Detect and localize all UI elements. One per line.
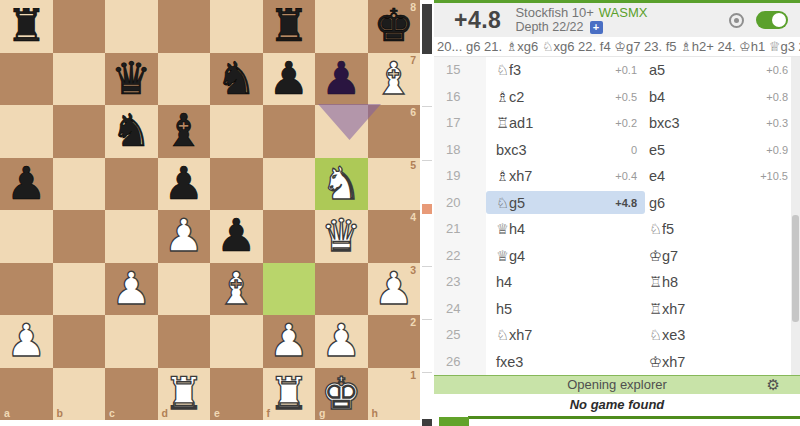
move-text: ♖xh7 bbox=[649, 301, 685, 317]
square-d1[interactable]: d♜ bbox=[158, 368, 211, 421]
black-move-25[interactable]: ♘xe3 bbox=[645, 324, 800, 347]
square-f4[interactable] bbox=[263, 210, 316, 263]
square-c3[interactable]: ♟ bbox=[105, 263, 158, 316]
square-g3[interactable] bbox=[315, 263, 368, 316]
black-move-21[interactable]: ♘f5 bbox=[645, 218, 800, 241]
engine-variant-tag: WASMX bbox=[599, 5, 648, 20]
piece-black-knight[interactable]: ♞ bbox=[111, 105, 151, 158]
engine-eval: +4.8 bbox=[454, 7, 501, 34]
white-move-23[interactable]: h4 bbox=[486, 271, 645, 294]
black-move-19[interactable]: e4+10.5 bbox=[645, 165, 800, 188]
move-row-25: 25♘xh7♘xe3 bbox=[434, 322, 800, 349]
square-d6[interactable]: ♝ bbox=[158, 105, 211, 158]
no-game-found-message: No game found bbox=[434, 394, 800, 416]
piece-black-pawn[interactable]: ♟ bbox=[164, 158, 204, 211]
square-a7[interactable] bbox=[0, 53, 53, 106]
piece-white-rook[interactable]: ♜ bbox=[269, 368, 309, 421]
opening-explorer-header[interactable]: Opening explorer ⚙ bbox=[434, 375, 800, 394]
move-eval: +10.5 bbox=[760, 170, 788, 182]
square-a3[interactable] bbox=[0, 263, 53, 316]
move-number: 18 bbox=[434, 137, 486, 164]
square-e6[interactable] bbox=[210, 105, 263, 158]
lichess-analysis-screen: ♜♜8♚♛♞♟♟7♝♞♝6♟♟♞5♟♟♛4♟♝3♟♟♟♟2abcd♜ef♜g♚1… bbox=[0, 0, 800, 426]
move-eval: +0.6 bbox=[766, 64, 788, 76]
piece-white-queen[interactable]: ♛ bbox=[321, 210, 361, 263]
black-move-16[interactable]: b4+0.8 bbox=[645, 85, 800, 108]
move-text: e4 bbox=[649, 168, 665, 184]
rank-label-8: 8 bbox=[410, 2, 416, 13]
move-eval: +4.8 bbox=[615, 197, 637, 209]
square-c2[interactable] bbox=[105, 315, 158, 368]
engine-toggle[interactable] bbox=[756, 11, 788, 29]
black-move-15[interactable]: a5+0.6 bbox=[645, 59, 800, 82]
move-text: e5 bbox=[649, 142, 665, 158]
square-b5[interactable] bbox=[53, 158, 106, 211]
explorer-tab-underline bbox=[468, 416, 800, 419]
square-f2[interactable]: ♟ bbox=[263, 315, 316, 368]
piece-white-pawn[interactable]: ♟ bbox=[269, 315, 309, 368]
square-g5[interactable]: ♞ bbox=[315, 158, 368, 211]
move-number: 17 bbox=[434, 110, 486, 137]
square-g1[interactable]: g♚ bbox=[315, 368, 368, 421]
rank-label-6: 6 bbox=[410, 107, 416, 118]
piece-white-pawn[interactable]: ♟ bbox=[111, 263, 151, 316]
square-f3[interactable] bbox=[263, 263, 316, 316]
move-text: ♘xh7 bbox=[496, 327, 532, 343]
square-c5[interactable] bbox=[105, 158, 158, 211]
square-d7[interactable] bbox=[158, 53, 211, 106]
piece-white-bishop[interactable]: ♝ bbox=[374, 53, 414, 106]
black-move-17[interactable]: bxc3+0.3 bbox=[645, 112, 800, 135]
black-move-26[interactable]: ♔xh7 bbox=[645, 350, 800, 373]
engine-header: +4.8 Stockfish 10+WASMX Depth 22/22 + bbox=[434, 3, 800, 37]
file-label-a: a bbox=[4, 408, 10, 419]
move-list-scrollbar[interactable] bbox=[791, 57, 800, 375]
move-number: 23 bbox=[434, 269, 486, 296]
move-eval: +0.4 bbox=[615, 170, 637, 182]
explorer-active-tab[interactable] bbox=[439, 417, 469, 426]
piece-white-rook[interactable]: ♜ bbox=[164, 368, 204, 421]
file-label-f: f bbox=[267, 408, 271, 419]
square-b8[interactable] bbox=[53, 0, 106, 53]
white-move-26[interactable]: fxe3 bbox=[486, 350, 645, 373]
square-h8[interactable]: 8♚ bbox=[368, 0, 421, 53]
move-text: ♘f5 bbox=[649, 221, 674, 237]
piece-white-king[interactable]: ♚ bbox=[321, 368, 361, 421]
scrollbar-thumb[interactable] bbox=[792, 215, 799, 322]
square-d3[interactable] bbox=[158, 263, 211, 316]
file-label-e: e bbox=[214, 408, 220, 419]
gauge-tick-3 bbox=[422, 319, 432, 320]
rank-label-2: 2 bbox=[410, 317, 416, 328]
move-row-16: 16♗c2+0.5b4+0.8 bbox=[434, 84, 800, 111]
square-g4[interactable]: ♛ bbox=[315, 210, 368, 263]
square-b7[interactable] bbox=[53, 53, 106, 106]
piece-white-pawn[interactable]: ♟ bbox=[374, 263, 414, 316]
move-text: h5 bbox=[496, 301, 512, 317]
move-text: ♔xh7 bbox=[649, 354, 685, 370]
move-row-22: 22♕g4♔g7 bbox=[434, 243, 800, 270]
file-label-c: c bbox=[109, 408, 115, 419]
square-f5[interactable] bbox=[263, 158, 316, 211]
move-number: 26 bbox=[434, 349, 486, 376]
square-f1[interactable]: f♜ bbox=[263, 368, 316, 421]
square-e1[interactable]: e bbox=[210, 368, 263, 421]
engine-depth-label: Depth 22/22 bbox=[515, 20, 583, 34]
square-h1[interactable]: 1h bbox=[368, 368, 421, 421]
rank-label-4: 4 bbox=[410, 212, 416, 223]
piece-white-pawn[interactable]: ♟ bbox=[321, 315, 361, 368]
square-c7[interactable]: ♛ bbox=[105, 53, 158, 106]
engine-pv-line[interactable]: 20... g6 21. ♗xg6 ♘xg6 22. f4 ♔g7 23. f5… bbox=[434, 37, 800, 57]
move-text: ♘xe3 bbox=[649, 327, 685, 343]
engine-info: Stockfish 10+WASMX Depth 22/22 + bbox=[515, 6, 647, 34]
piece-black-bishop[interactable]: ♝ bbox=[164, 105, 204, 158]
black-move-23[interactable]: ♖h8 bbox=[645, 271, 800, 294]
engine-name: Stockfish 10+ bbox=[515, 5, 593, 20]
opening-explorer-title: Opening explorer bbox=[567, 377, 667, 392]
square-a8[interactable]: ♜ bbox=[0, 0, 53, 53]
piece-white-bishop[interactable]: ♝ bbox=[216, 263, 256, 316]
move-list[interactable]: 15♘f3+0.1a5+0.616♗c2+0.5b4+0.817♖ad1+0.2… bbox=[434, 57, 800, 375]
gauge-black-share bbox=[422, 4, 432, 54]
piece-black-pawn[interactable]: ♟ bbox=[6, 158, 46, 211]
square-e8[interactable] bbox=[210, 0, 263, 53]
black-move-24[interactable]: ♖xh7 bbox=[645, 297, 800, 320]
move-number: 21 bbox=[434, 216, 486, 243]
file-label-d: d bbox=[162, 408, 168, 419]
move-text: fxe3 bbox=[496, 354, 523, 370]
file-label-b: b bbox=[57, 408, 63, 419]
move-text: ♘g5 bbox=[496, 195, 525, 211]
square-g7[interactable]: ♟ bbox=[315, 53, 368, 106]
piece-white-pawn[interactable]: ♟ bbox=[6, 315, 46, 368]
chess-board[interactable]: ♜♜8♚♛♞♟♟7♝♞♝6♟♟♞5♟♟♛4♟♝3♟♟♟♟2abcd♜ef♜g♚1… bbox=[0, 0, 420, 420]
toggle-knob bbox=[772, 13, 786, 27]
rank-label-7: 7 bbox=[410, 55, 416, 66]
square-e7[interactable]: ♞ bbox=[210, 53, 263, 106]
move-text: ♕g4 bbox=[496, 248, 525, 264]
gauge-tick-2 bbox=[422, 266, 432, 267]
move-eval: +0.1 bbox=[615, 64, 637, 76]
piece-black-king[interactable]: ♚ bbox=[374, 0, 414, 53]
move-row-15: 15♘f3+0.1a5+0.6 bbox=[434, 57, 800, 84]
square-a2[interactable]: ♟ bbox=[0, 315, 53, 368]
square-c6[interactable]: ♞ bbox=[105, 105, 158, 158]
piece-black-pawn[interactable]: ♟ bbox=[269, 53, 309, 106]
square-b4[interactable] bbox=[53, 210, 106, 263]
move-text: a5 bbox=[649, 62, 665, 78]
gauge-tick-1 bbox=[422, 160, 432, 161]
square-e3[interactable]: ♝ bbox=[210, 263, 263, 316]
square-f7[interactable]: ♟ bbox=[263, 53, 316, 106]
move-number: 25 bbox=[434, 322, 486, 349]
move-text: ♖h8 bbox=[649, 274, 678, 290]
move-text: ♗xh7 bbox=[496, 168, 532, 184]
move-text: ♗c2 bbox=[496, 89, 524, 105]
white-move-21[interactable]: ♕h4 bbox=[486, 218, 645, 241]
move-text: ♖ad1 bbox=[496, 115, 533, 131]
white-move-22[interactable]: ♕g4 bbox=[486, 244, 645, 267]
square-f8[interactable]: ♜ bbox=[263, 0, 316, 53]
move-eval: +0.8 bbox=[766, 91, 788, 103]
move-row-21: 21♕h4♘f5 bbox=[434, 216, 800, 243]
square-b2[interactable] bbox=[53, 315, 106, 368]
square-h2[interactable]: 2 bbox=[368, 315, 421, 368]
move-text: ♕h4 bbox=[496, 221, 525, 237]
square-d2[interactable] bbox=[158, 315, 211, 368]
move-text: b4 bbox=[649, 89, 665, 105]
piece-black-knight[interactable]: ♞ bbox=[216, 53, 256, 106]
gauge-tick-0 bbox=[422, 106, 432, 107]
square-h3[interactable]: 3♟ bbox=[368, 263, 421, 316]
settings-gear-icon[interactable]: ⚙ bbox=[767, 376, 780, 394]
move-number: 22 bbox=[434, 243, 486, 270]
white-move-19[interactable]: ♗xh7+0.4 bbox=[486, 165, 645, 188]
move-number: 20 bbox=[434, 190, 486, 217]
square-b6[interactable] bbox=[53, 105, 106, 158]
move-text: g6 bbox=[649, 195, 665, 211]
plus-badge[interactable]: + bbox=[590, 21, 603, 34]
piece-black-queen[interactable]: ♛ bbox=[111, 53, 151, 106]
black-move-22[interactable]: ♔g7 bbox=[645, 244, 800, 267]
square-h4[interactable]: 4 bbox=[368, 210, 421, 263]
move-text: bxc3 bbox=[496, 142, 527, 158]
square-f6[interactable] bbox=[263, 105, 316, 158]
white-move-15[interactable]: ♘f3+0.1 bbox=[486, 59, 645, 82]
move-text: ♘f3 bbox=[496, 62, 521, 78]
square-h7[interactable]: 7♝ bbox=[368, 53, 421, 106]
move-row-24: 24h5♖xh7 bbox=[434, 296, 800, 323]
black-move-20[interactable]: g6 bbox=[645, 191, 800, 214]
square-c4[interactable] bbox=[105, 210, 158, 263]
move-row-19: 19♗xh7+0.4e4+10.5 bbox=[434, 163, 800, 190]
square-c1[interactable]: c bbox=[105, 368, 158, 421]
move-row-18: 18bxc30e5+0.9 bbox=[434, 137, 800, 164]
square-c8[interactable] bbox=[105, 0, 158, 53]
square-g6[interactable] bbox=[315, 105, 368, 158]
move-text: bxc3 bbox=[649, 115, 680, 131]
white-move-18[interactable]: bxc30 bbox=[486, 138, 645, 161]
square-a6[interactable] bbox=[0, 105, 53, 158]
square-g8[interactable] bbox=[315, 0, 368, 53]
piece-black-rook[interactable]: ♜ bbox=[6, 0, 46, 53]
move-eval: +0.5 bbox=[615, 91, 637, 103]
gauge-tick-4 bbox=[422, 372, 432, 373]
square-h5[interactable]: 5 bbox=[368, 158, 421, 211]
white-move-16[interactable]: ♗c2+0.5 bbox=[486, 85, 645, 108]
square-d4[interactable]: ♟ bbox=[158, 210, 211, 263]
move-text: h4 bbox=[496, 274, 512, 290]
square-d5[interactable]: ♟ bbox=[158, 158, 211, 211]
file-label-g: g bbox=[319, 408, 325, 419]
gauge-center-marker bbox=[422, 204, 432, 214]
square-d8[interactable] bbox=[158, 0, 211, 53]
move-number: 19 bbox=[434, 163, 486, 190]
rank-label-1: 1 bbox=[410, 370, 416, 381]
piece-white-pawn[interactable]: ♟ bbox=[164, 210, 204, 263]
move-eval: 0 bbox=[631, 144, 637, 156]
move-row-26: 26fxe3♔xh7 bbox=[434, 349, 800, 376]
white-move-25[interactable]: ♘xh7 bbox=[486, 324, 645, 347]
square-b1[interactable]: b bbox=[53, 368, 106, 421]
eval-gauge bbox=[422, 0, 432, 426]
square-e5[interactable] bbox=[210, 158, 263, 211]
black-move-18[interactable]: e5+0.9 bbox=[645, 138, 800, 161]
white-move-20[interactable]: ♘g5+4.8 bbox=[486, 191, 645, 214]
move-row-20: 20♘g5+4.8g6 bbox=[434, 190, 800, 217]
rank-label-3: 3 bbox=[410, 265, 416, 276]
piece-black-pawn[interactable]: ♟ bbox=[216, 210, 256, 263]
move-row-23: 23h4♖h8 bbox=[434, 269, 800, 296]
move-eval: +0.9 bbox=[766, 144, 788, 156]
move-text: ♔g7 bbox=[649, 248, 678, 264]
square-g2[interactable]: ♟ bbox=[315, 315, 368, 368]
move-row-17: 17♖ad1+0.2bxc3+0.3 bbox=[434, 110, 800, 137]
square-b3[interactable] bbox=[53, 263, 106, 316]
piece-black-rook[interactable]: ♜ bbox=[269, 0, 309, 53]
move-number: 24 bbox=[434, 296, 486, 323]
move-eval: +0.2 bbox=[615, 117, 637, 129]
move-eval: +0.3 bbox=[766, 117, 788, 129]
square-a5[interactable]: ♟ bbox=[0, 158, 53, 211]
gauge-bottom-cap bbox=[422, 419, 432, 426]
white-move-17[interactable]: ♖ad1+0.2 bbox=[486, 112, 645, 135]
square-e2[interactable] bbox=[210, 315, 263, 368]
move-number: 16 bbox=[434, 84, 486, 111]
square-h6[interactable]: 6 bbox=[368, 105, 421, 158]
square-a4[interactable] bbox=[0, 210, 53, 263]
square-a1[interactable]: a bbox=[0, 368, 53, 421]
move-number: 15 bbox=[434, 57, 486, 84]
piece-black-pawn[interactable]: ♟ bbox=[321, 53, 361, 106]
white-move-24[interactable]: h5 bbox=[486, 297, 645, 320]
file-label-h: h bbox=[372, 408, 378, 419]
square-e4[interactable]: ♟ bbox=[210, 210, 263, 263]
piece-white-knight[interactable]: ♞ bbox=[321, 158, 361, 211]
crosshair-icon[interactable] bbox=[729, 13, 744, 28]
analysis-panel: +4.8 Stockfish 10+WASMX Depth 22/22 + 20… bbox=[434, 0, 800, 426]
rank-label-5: 5 bbox=[410, 160, 416, 171]
